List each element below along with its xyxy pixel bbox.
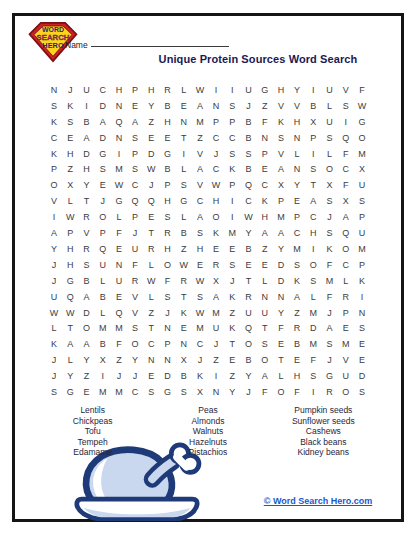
logo-text-hero: HERO (42, 41, 64, 50)
grid-cell-r7c15: X (273, 177, 289, 193)
grid-cell-r6c12: K (224, 161, 240, 177)
grid-cell-r2c9: E (176, 98, 192, 114)
grid-cell-r3c7: Z (143, 114, 159, 130)
grid-cell-r19c18: G (321, 368, 337, 384)
grid-cell-r1c15: H (273, 82, 289, 98)
grid-cell-r11c8: H (159, 241, 175, 257)
grid-cell-r7c8: P (159, 177, 175, 193)
grid-cell-r7c16: Y (289, 177, 305, 193)
grid-cell-r6c1: P (46, 161, 62, 177)
grid-cell-r1c11: I (208, 82, 224, 98)
grid-cell-r17c11: J (208, 336, 224, 352)
grid-cell-r10c9: B (176, 225, 192, 241)
grid-cell-r10c11: K (208, 225, 224, 241)
grid-cell-r5c19: F (338, 146, 354, 162)
grid-cell-r20c16: F (289, 384, 305, 400)
grid-cell-r8c17: A (305, 193, 321, 209)
grid-cell-r17c4: B (95, 336, 111, 352)
grid-cell-r20c15: O (273, 384, 289, 400)
grid-cell-r6c19: C (338, 161, 354, 177)
grid-cell-r6c6: S (127, 161, 143, 177)
grid-cell-r15c11: M (208, 305, 224, 321)
grid-cell-r1c17: I (305, 82, 321, 98)
grid-cell-r6c5: M (111, 161, 127, 177)
grid-cell-r2c13: J (240, 98, 256, 114)
grid-cell-r14c10: S (192, 289, 208, 305)
grid-cell-r13c11: X (208, 273, 224, 289)
grid-cell-r14c3: A (78, 289, 94, 305)
word-list-column-3: Pumpkin seedsSunflower seedsCashewsBlack… (266, 405, 381, 458)
grid-cell-r15c2: W (62, 305, 78, 321)
grid-cell-r12c16: S (289, 257, 305, 273)
grid-cell-r18c17: F (305, 352, 321, 368)
word-list-item: Tofu (35, 426, 150, 437)
grid-cell-r18c7: N (143, 352, 159, 368)
grid-cell-r15c1: W (46, 305, 62, 321)
grid-cell-r18c20: E (354, 352, 370, 368)
grid-cell-r14c12: K (224, 289, 240, 305)
puzzle-title: Unique Protein Sources Word Search (113, 53, 403, 65)
grid-cell-r8c1: V (46, 193, 62, 209)
grid-cell-r6c13: B (240, 161, 256, 177)
grid-cell-r1c10: W (192, 82, 208, 98)
grid-cell-r10c5: F (111, 225, 127, 241)
grid-cell-r16c10: M (192, 320, 208, 336)
grid-cell-r12c5: N (111, 257, 127, 273)
grid-cell-r8c6: Q (127, 193, 143, 209)
grid-cell-r20c13: J (240, 384, 256, 400)
grid-cell-r10c13: Y (240, 225, 256, 241)
grid-cell-r4c11: C (208, 130, 224, 146)
grid-cell-r11c11: E (208, 241, 224, 257)
grid-cell-r19c7: E (143, 368, 159, 384)
grid-cell-r11c4: Q (95, 241, 111, 257)
grid-cell-r8c16: E (289, 193, 305, 209)
grid-cell-r1c3: U (78, 82, 94, 98)
grid-cell-r11c9: Z (176, 241, 192, 257)
grid-cell-r2c5: N (111, 98, 127, 114)
grid-cell-r13c6: R (127, 273, 143, 289)
grid-cell-r10c18: S (321, 225, 337, 241)
grid-cell-r16c19: E (338, 320, 354, 336)
grid-cell-r16c14: T (257, 320, 273, 336)
grid-cell-r16c3: O (78, 320, 94, 336)
grid-cell-r20c6: C (127, 384, 143, 400)
grid-cell-r20c9: S (176, 384, 192, 400)
grid-cell-r7c11: W (208, 177, 224, 193)
grid-cell-r10c19: Q (338, 225, 354, 241)
word-list-item: Black beans (266, 437, 381, 448)
grid-cell-r5c16: L (289, 146, 305, 162)
grid-cell-r11c13: B (240, 241, 256, 257)
grid-cell-r13c1: J (46, 273, 62, 289)
grid-cell-r18c16: E (289, 352, 305, 368)
grid-cell-r16c6: S (127, 320, 143, 336)
letter-grid: NJUCHPHRLWIIUGHYIUVFSKIDNEYBEANSJZVVBLSW… (46, 82, 370, 400)
grid-cell-r13c16: K (289, 273, 305, 289)
grid-cell-r1c19: V (338, 82, 354, 98)
grid-cell-r20c20: S (354, 384, 370, 400)
grid-cell-r14c11: A (208, 289, 224, 305)
grid-cell-r7c17: T (305, 177, 321, 193)
grid-cell-r14c14: N (257, 289, 273, 305)
word-list-item: Hazelnuts (150, 437, 265, 448)
grid-cell-r16c5: M (111, 320, 127, 336)
grid-cell-r17c3: A (78, 336, 94, 352)
grid-cell-r10c6: J (127, 225, 143, 241)
grid-cell-r8c18: S (321, 193, 337, 209)
grid-cell-r8c10: C (192, 193, 208, 209)
grid-cell-r12c10: E (192, 257, 208, 273)
grid-cell-r14c13: R (240, 289, 256, 305)
grid-cell-r9c7: E (143, 209, 159, 225)
grid-cell-r15c20: N (354, 305, 370, 321)
word-list-item: Peas (150, 405, 265, 416)
word-list: LentilsChickpeasTofuTempehEdamame PeasAl… (35, 405, 381, 458)
grid-cell-r13c20: K (354, 273, 370, 289)
grid-cell-r5c11: J (208, 146, 224, 162)
grid-cell-r9c14: H (257, 209, 273, 225)
grid-cell-r11c3: R (78, 241, 94, 257)
grid-cell-r6c16: N (289, 161, 305, 177)
grid-cell-r11c15: Y (273, 241, 289, 257)
grid-cell-r3c3: B (78, 114, 94, 130)
grid-cell-r15c16: Z (289, 305, 305, 321)
grid-cell-r1c9: L (176, 82, 192, 98)
grid-cell-r18c1: J (46, 352, 62, 368)
grid-cell-r18c11: Z (208, 352, 224, 368)
grid-cell-r7c6: C (127, 177, 143, 193)
grid-cell-r15c5: Q (111, 305, 127, 321)
grid-cell-r19c15: L (273, 368, 289, 384)
grid-cell-r1c14: G (257, 82, 273, 98)
grid-cell-r13c9: R (176, 273, 192, 289)
grid-cell-r12c4: U (95, 257, 111, 273)
grid-cell-r1c16: Y (289, 82, 305, 98)
grid-cell-r19c12: Z (224, 368, 240, 384)
grid-cell-r16c15: F (273, 320, 289, 336)
grid-cell-r16c20: S (354, 320, 370, 336)
grid-cell-r9c18: J (321, 209, 337, 225)
grid-cell-r14c16: A (289, 289, 305, 305)
grid-cell-r14c18: F (321, 289, 337, 305)
grid-cell-r14c5: E (111, 289, 127, 305)
grid-cell-r15c3: D (78, 305, 94, 321)
grid-cell-r17c8: P (159, 336, 175, 352)
grid-cell-r3c20: G (354, 114, 370, 130)
grid-cell-r12c17: O (305, 257, 321, 273)
grid-cell-r19c2: Y (62, 368, 78, 384)
grid-cell-r16c12: K (224, 320, 240, 336)
word-list-item: Kidney beans (266, 447, 381, 458)
grid-cell-r14c9: T (176, 289, 192, 305)
grid-cell-r5c1: K (46, 146, 62, 162)
grid-cell-r6c14: E (257, 161, 273, 177)
grid-cell-r4c17: P (305, 130, 321, 146)
word-list-column-1: LentilsChickpeasTofuTempehEdamame (35, 405, 150, 458)
grid-cell-r12c9: W (176, 257, 192, 273)
grid-cell-r9c17: C (305, 209, 321, 225)
grid-cell-r5c14: P (257, 146, 273, 162)
grid-cell-r20c7: S (143, 384, 159, 400)
grid-cell-r17c19: M (338, 336, 354, 352)
grid-cell-r2c16: V (289, 98, 305, 114)
grid-cell-r5c15: V (273, 146, 289, 162)
word-list-item: Lentils (35, 405, 150, 416)
grid-cell-r16c18: A (321, 320, 337, 336)
word-search-hero-link[interactable]: © Word Search Hero.com (243, 496, 393, 506)
worksheet-border: WORD SEARCH HERO Name Unique Protein Sou… (12, 13, 404, 522)
grid-cell-r4c3: A (78, 130, 94, 146)
grid-cell-r11c6: U (127, 241, 143, 257)
grid-cell-r1c4: C (95, 82, 111, 98)
grid-cell-r11c16: M (289, 241, 305, 257)
grid-cell-r10c20: U (354, 225, 370, 241)
grid-cell-r5c12: S (224, 146, 240, 162)
grid-cell-r15c18: J (321, 305, 337, 321)
grid-cell-r4c6: S (127, 130, 143, 146)
grid-cell-r1c2: J (62, 82, 78, 98)
grid-cell-r8c20: S (354, 193, 370, 209)
grid-cell-r3c19: I (338, 114, 354, 130)
grid-cell-r17c14: S (257, 336, 273, 352)
grid-cell-r10c17: H (305, 225, 321, 241)
grid-cell-r12c7: L (143, 257, 159, 273)
grid-cell-r5c2: H (62, 146, 78, 162)
grid-cell-r20c14: F (257, 384, 273, 400)
grid-cell-r17c6: O (127, 336, 143, 352)
grid-cell-r20c2: G (62, 384, 78, 400)
grid-cell-r18c13: B (240, 352, 256, 368)
grid-cell-r1c7: H (143, 82, 159, 98)
grid-cell-r6c15: A (273, 161, 289, 177)
grid-cell-r12c14: E (257, 257, 273, 273)
grid-cell-r12c15: D (273, 257, 289, 273)
grid-cell-r15c19: P (338, 305, 354, 321)
grid-cell-r12c6: F (127, 257, 143, 273)
grid-cell-r3c12: P (224, 114, 240, 130)
word-list-item: Sunflower seeds (266, 416, 381, 427)
word-list-item: Cashews (266, 426, 381, 437)
grid-cell-r15c12: Z (224, 305, 240, 321)
grid-cell-r9c20: P (354, 209, 370, 225)
grid-cell-r15c4: L (95, 305, 111, 321)
grid-cell-r20c1: S (46, 384, 62, 400)
grid-cell-r13c4: L (95, 273, 111, 289)
grid-cell-r5c9: I (176, 146, 192, 162)
grid-cell-r5c8: G (159, 146, 175, 162)
grid-cell-r14c7: L (143, 289, 159, 305)
grid-cell-r9c1: I (46, 209, 62, 225)
grid-cell-r13c3: B (78, 273, 94, 289)
grid-cell-r19c4: I (95, 368, 111, 384)
grid-cell-r9c4: O (95, 209, 111, 225)
grid-cell-r4c4: D (95, 130, 111, 146)
grid-cell-r13c13: T (240, 273, 256, 289)
grid-cell-r15c6: V (127, 305, 143, 321)
word-list-item: Pumpkin seeds (266, 405, 381, 416)
grid-cell-r10c3: V (78, 225, 94, 241)
grid-cell-r8c2: L (62, 193, 78, 209)
grid-cell-r15c13: U (240, 305, 256, 321)
grid-cell-r2c3: I (78, 98, 94, 114)
grid-cell-r2c1: S (46, 98, 62, 114)
grid-cell-r17c9: N (176, 336, 192, 352)
grid-cell-r19c16: H (289, 368, 305, 384)
grid-cell-r4c13: B (240, 130, 256, 146)
grid-cell-r16c16: R (289, 320, 305, 336)
grid-cell-r16c7: T (143, 320, 159, 336)
grid-cell-r2c8: B (159, 98, 175, 114)
grid-cell-r20c5: M (111, 384, 127, 400)
grid-cell-r3c18: U (321, 114, 337, 130)
grid-cell-r14c1: U (46, 289, 62, 305)
grid-cell-r9c6: P (127, 209, 143, 225)
grid-cell-r4c20: O (354, 130, 370, 146)
grid-cell-r4c2: E (62, 130, 78, 146)
grid-cell-r17c2: A (62, 336, 78, 352)
grid-cell-r17c18: S (321, 336, 337, 352)
grid-cell-r14c15: N (273, 289, 289, 305)
grid-cell-r6c7: W (143, 161, 159, 177)
grid-cell-r19c6: J (127, 368, 143, 384)
grid-cell-r18c18: J (321, 352, 337, 368)
grid-cell-r3c11: P (208, 114, 224, 130)
grid-cell-r18c6: Y (127, 352, 143, 368)
grid-cell-r19c13: Y (240, 368, 256, 384)
grid-cell-r16c17: D (305, 320, 321, 336)
grid-cell-r16c1: L (46, 320, 62, 336)
grid-cell-r13c12: J (224, 273, 240, 289)
grid-cell-r16c2: T (62, 320, 78, 336)
grid-cell-r17c5: F (111, 336, 127, 352)
grid-cell-r2c6: E (127, 98, 143, 114)
grid-cell-r5c17: I (305, 146, 321, 162)
grid-cell-r7c20: U (354, 177, 370, 193)
worksheet-page: WORD SEARCH HERO Name Unique Protein Sou… (0, 0, 416, 539)
grid-cell-r11c10: H (192, 241, 208, 257)
grid-cell-r20c4: M (95, 384, 111, 400)
grid-cell-r11c14: Z (257, 241, 273, 257)
grid-cell-r20c19: O (338, 384, 354, 400)
grid-cell-r13c2: G (62, 273, 78, 289)
grid-cell-r18c9: X (176, 352, 192, 368)
grid-cell-r10c16: C (289, 225, 305, 241)
grid-cell-r6c3: H (78, 161, 94, 177)
grid-cell-r6c11: C (208, 161, 224, 177)
grid-cell-r16c4: M (95, 320, 111, 336)
grid-cell-r9c13: W (240, 209, 256, 225)
grid-cell-r7c2: X (62, 177, 78, 193)
grid-cell-r15c17: M (305, 305, 321, 321)
grid-cell-r14c8: S (159, 289, 175, 305)
grid-cell-r7c1: O (46, 177, 62, 193)
grid-cell-r2c4: D (95, 98, 111, 114)
grid-cell-r16c9: E (176, 320, 192, 336)
grid-cell-r17c20: E (354, 336, 370, 352)
grid-cell-r20c17: I (305, 384, 321, 400)
grid-cell-r12c3: S (78, 257, 94, 273)
grid-cell-r19c3: Z (78, 368, 94, 384)
grid-cell-r9c8: S (159, 209, 175, 225)
grid-cell-r3c17: X (305, 114, 321, 130)
word-list-item: Walnuts (150, 426, 265, 437)
grid-cell-r19c10: K (192, 368, 208, 384)
grid-cell-r18c5: Z (111, 352, 127, 368)
grid-cell-r4c7: E (143, 130, 159, 146)
grid-cell-r1c6: P (127, 82, 143, 98)
grid-cell-r4c16: N (289, 130, 305, 146)
grid-cell-r13c15: D (273, 273, 289, 289)
grid-cell-r8c12: I (224, 193, 240, 209)
grid-cell-r9c9: L (176, 209, 192, 225)
grid-cell-r11c18: K (321, 241, 337, 257)
grid-cell-r9c2: W (62, 209, 78, 225)
grid-cell-r2c14: Z (257, 98, 273, 114)
grid-cell-r11c1: Y (46, 241, 62, 257)
grid-cell-r15c8: J (159, 305, 175, 321)
grid-cell-r3c13: B (240, 114, 256, 130)
grid-cell-r3c10: M (192, 114, 208, 130)
name-blank-line (91, 36, 229, 47)
grid-cell-r5c20: M (354, 146, 370, 162)
grid-cell-r14c20: I (354, 289, 370, 305)
grid-cell-r10c7: T (143, 225, 159, 241)
grid-cell-r7c5: W (111, 177, 127, 193)
grid-cell-r9c16: P (289, 209, 305, 225)
grid-cell-r4c8: E (159, 130, 175, 146)
grid-cell-r7c4: E (95, 177, 111, 193)
grid-cell-r8c3: T (78, 193, 94, 209)
grid-cell-r18c4: X (95, 352, 111, 368)
grid-cell-r20c10: X (192, 384, 208, 400)
grid-cell-r13c18: M (321, 273, 337, 289)
grid-cell-r2c15: V (273, 98, 289, 114)
grid-cell-r19c5: J (111, 368, 127, 384)
grid-cell-r9c10: A (192, 209, 208, 225)
grid-cell-r11c19: O (338, 241, 354, 257)
grid-cell-r7c13: Q (240, 177, 256, 193)
grid-cell-r8c13: C (240, 193, 256, 209)
grid-cell-r3c5: Q (111, 114, 127, 130)
grid-cell-r5c7: D (143, 146, 159, 162)
grid-cell-r20c11: N (208, 384, 224, 400)
grid-cell-r7c18: X (321, 177, 337, 193)
grid-cell-r8c5: G (111, 193, 127, 209)
grid-cell-r11c7: R (143, 241, 159, 257)
grid-cell-r12c2: H (62, 257, 78, 273)
grid-cell-r12c13: E (240, 257, 256, 273)
grid-cell-r1c5: H (111, 82, 127, 98)
grid-cell-r8c8: H (159, 193, 175, 209)
word-list-item: Pistachios (150, 447, 265, 458)
grid-cell-r2c12: S (224, 98, 240, 114)
grid-cell-r20c18: R (321, 384, 337, 400)
grid-cell-r16c13: Q (240, 320, 256, 336)
grid-cell-r13c17: S (305, 273, 321, 289)
grid-cell-r9c12: I (224, 209, 240, 225)
grid-cell-r12c11: R (208, 257, 224, 273)
grid-cell-r4c9: T (176, 130, 192, 146)
grid-cell-r5c5: I (111, 146, 127, 162)
grid-cell-r11c20: M (354, 241, 370, 257)
grid-cell-r5c4: G (95, 146, 111, 162)
grid-cell-r12c18: F (321, 257, 337, 273)
grid-cell-r19c8: D (159, 368, 175, 384)
grid-cell-r3c16: H (289, 114, 305, 130)
grid-cell-r9c11: O (208, 209, 224, 225)
grid-cell-r9c19: A (338, 209, 354, 225)
